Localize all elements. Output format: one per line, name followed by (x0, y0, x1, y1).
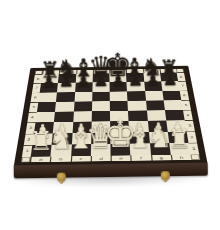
square-g3 (147, 121, 167, 132)
file-label-f-bottom: f (131, 155, 151, 161)
square-c3 (72, 122, 91, 133)
file-label-h-bottom: h (170, 155, 191, 161)
square-g2 (148, 132, 169, 144)
square-d5 (92, 101, 110, 111)
square-f4 (128, 110, 147, 121)
square-g4 (146, 110, 166, 121)
square-d6 (92, 91, 110, 101)
square-e8 (109, 73, 126, 82)
square-b1 (51, 144, 72, 156)
square-f2 (129, 132, 149, 144)
square-f6 (127, 91, 145, 101)
square-g1 (149, 143, 170, 155)
file-label-g-bottom: g (151, 155, 172, 161)
file-label-a-bottom: a (30, 157, 51, 163)
square-b2 (52, 133, 72, 145)
square-e6 (110, 91, 128, 101)
square-d4 (91, 111, 110, 122)
square-e4 (110, 111, 129, 122)
file-label-e-bottom: e (111, 155, 131, 161)
square-e2 (110, 132, 130, 144)
square-a1 (31, 145, 52, 157)
rank-label-3-right: 3 (185, 120, 195, 131)
board-corner (190, 154, 200, 160)
rank-label-2-right: 2 (187, 131, 197, 142)
square-b7 (57, 83, 75, 92)
square-a8 (41, 74, 59, 83)
square-b6 (56, 92, 74, 102)
rank-label-4-right: 4 (183, 110, 193, 121)
chess-set-photo: abcdefgh8877665544332211abcdefgh ♜♞♝♛♚♝♞… (0, 0, 220, 230)
square-h2 (167, 131, 188, 143)
square-e5 (110, 101, 128, 111)
square-c4 (73, 111, 92, 122)
square-a3 (34, 122, 54, 133)
square-g6 (145, 91, 164, 101)
board-front-edge (14, 163, 208, 179)
square-c6 (74, 92, 92, 102)
square-d7 (92, 82, 109, 91)
square-h7 (161, 81, 180, 90)
square-b5 (55, 102, 74, 112)
square-h4 (165, 110, 185, 121)
square-h5 (163, 100, 183, 110)
chess-board: abcdefgh8877665544332211abcdefgh (14, 66, 208, 167)
square-c5 (73, 101, 91, 111)
square-d8 (92, 73, 109, 82)
square-h8 (160, 72, 178, 81)
square-e3 (110, 121, 129, 132)
file-label-b-bottom: b (50, 156, 71, 162)
square-c1 (71, 144, 91, 156)
square-g7 (144, 82, 162, 91)
square-d1 (91, 144, 111, 156)
brass-clasp-left (56, 173, 65, 182)
square-f1 (130, 143, 151, 155)
square-a2 (32, 133, 53, 145)
square-f3 (129, 121, 149, 132)
rank-label-1-right: 1 (188, 143, 199, 155)
square-b3 (53, 122, 73, 133)
square-d2 (91, 132, 111, 144)
rank-label-5-right: 5 (181, 100, 191, 110)
square-a4 (35, 112, 55, 123)
square-c8 (75, 74, 92, 83)
square-e7 (110, 82, 128, 91)
rank-label-7-right: 7 (178, 81, 187, 90)
square-a6 (38, 92, 57, 102)
rank-label-8-right: 8 (177, 72, 186, 81)
square-f5 (128, 101, 147, 111)
file-label-d-bottom: d (90, 156, 110, 162)
square-c7 (75, 82, 93, 91)
square-h1 (169, 143, 191, 155)
board-grid: abcdefgh8877665544332211abcdefgh (21, 69, 200, 163)
file-label-c-bottom: c (70, 156, 90, 162)
square-e1 (110, 143, 130, 155)
square-b8 (58, 74, 76, 83)
square-a7 (40, 83, 58, 92)
square-f7 (127, 82, 145, 91)
square-b4 (54, 112, 73, 123)
square-c2 (71, 133, 91, 145)
square-h6 (162, 90, 181, 100)
square-g5 (146, 100, 165, 110)
square-f8 (126, 73, 144, 82)
square-a5 (37, 102, 56, 112)
rank-label-6-right: 6 (180, 90, 189, 100)
square-h3 (166, 120, 186, 131)
square-d3 (91, 121, 110, 132)
square-g8 (143, 73, 161, 82)
